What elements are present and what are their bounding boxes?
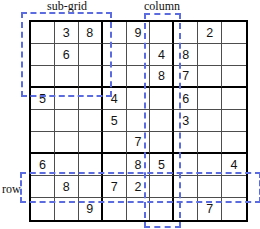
- cell-r8c5: 2: [127, 176, 151, 198]
- cell-r6c3: [79, 132, 103, 154]
- cell-r6c4: [103, 132, 127, 154]
- cell-r1c2: 3: [55, 22, 79, 44]
- cell-r4c1: 5: [31, 88, 55, 110]
- cell-r4c4: 4: [103, 88, 127, 110]
- cell-r9c2: [55, 198, 79, 220]
- subgrid-label: sub-grid: [47, 0, 87, 13]
- cell-r9c3: 9: [79, 198, 103, 220]
- cell-r5c2: [55, 110, 79, 132]
- cell-r5c1: [31, 110, 55, 132]
- cell-r8c7: [174, 176, 198, 198]
- cell-r2c4: [103, 44, 127, 66]
- cell-r1c3: 8: [79, 22, 103, 44]
- cell-r2c9: [222, 44, 246, 66]
- cell-r3c1: [31, 66, 55, 88]
- cell-r3c5: [127, 66, 151, 88]
- cell-r9c6: [150, 198, 174, 220]
- cell-r7c7: [174, 154, 198, 176]
- column-label: column: [144, 0, 180, 13]
- cell-r6c8: [198, 132, 222, 154]
- cell-r4c2: [55, 88, 79, 110]
- cell-r7c6: 5: [150, 154, 174, 176]
- cell-r1c6: [150, 22, 174, 44]
- cell-r6c7: [174, 132, 198, 154]
- cell-r6c2: [55, 132, 79, 154]
- cell-r5c6: [150, 110, 174, 132]
- cell-r4c6: [150, 88, 174, 110]
- cell-r4c5: [127, 88, 151, 110]
- cell-r5c5: [127, 110, 151, 132]
- cell-r7c2: [55, 154, 79, 176]
- cell-r2c2: 6: [55, 44, 79, 66]
- cell-r6c9: [222, 132, 246, 154]
- cell-r8c3: [79, 176, 103, 198]
- cell-r5c9: [222, 110, 246, 132]
- cell-r5c8: [198, 110, 222, 132]
- cell-r3c2: [55, 66, 79, 88]
- cell-r3c8: [198, 66, 222, 88]
- cell-r1c5: 9: [127, 22, 151, 44]
- cell-r2c5: [127, 44, 151, 66]
- cell-r6c6: [150, 132, 174, 154]
- cell-r9c7: [174, 198, 198, 220]
- cell-r3c4: [103, 66, 127, 88]
- cell-r3c7: 7: [174, 66, 198, 88]
- cell-r5c7: 3: [174, 110, 198, 132]
- cell-r3c6: 8: [150, 66, 174, 88]
- row-label: row: [2, 183, 21, 196]
- cell-r2c6: 4: [150, 44, 174, 66]
- cell-r6c5: 7: [127, 132, 151, 154]
- cell-r8c6: [150, 176, 174, 198]
- cell-r8c4: 7: [103, 176, 127, 198]
- cell-r7c3: [79, 154, 103, 176]
- cell-r9c9: [222, 198, 246, 220]
- cell-r1c8: 2: [198, 22, 222, 44]
- cell-r9c5: [127, 198, 151, 220]
- cell-r1c9: [222, 22, 246, 44]
- cell-r2c7: 8: [174, 44, 198, 66]
- cell-r4c3: [79, 88, 103, 110]
- cell-r4c9: [222, 88, 246, 110]
- cell-r2c8: [198, 44, 222, 66]
- cell-r3c9: [222, 66, 246, 88]
- cell-r7c9: 4: [222, 154, 246, 176]
- cell-r7c1: 6: [31, 154, 55, 176]
- cell-r6c1: [31, 132, 55, 154]
- sudoku-board: 389264887546537685487297: [29, 20, 248, 222]
- cell-r5c3: [79, 110, 103, 132]
- cell-r1c1: [31, 22, 55, 44]
- cell-r7c8: [198, 154, 222, 176]
- cell-r1c4: [103, 22, 127, 44]
- cell-r7c4: [103, 154, 127, 176]
- cell-r8c2: 8: [55, 176, 79, 198]
- cell-r9c8: 7: [198, 198, 222, 220]
- cell-r3c3: [79, 66, 103, 88]
- cell-r8c1: [31, 176, 55, 198]
- cell-r2c3: [79, 44, 103, 66]
- cell-r8c8: [198, 176, 222, 198]
- cell-r2c1: [31, 44, 55, 66]
- cell-r5c4: 5: [103, 110, 127, 132]
- cell-r7c5: 8: [127, 154, 151, 176]
- sudoku-diagram: sub-grid column row 38926488754653768548…: [0, 0, 260, 229]
- cell-r9c4: [103, 198, 127, 220]
- cell-r4c7: 6: [174, 88, 198, 110]
- cell-r1c7: [174, 22, 198, 44]
- cell-r4c8: [198, 88, 222, 110]
- cell-r8c9: [222, 176, 246, 198]
- cell-r9c1: [31, 198, 55, 220]
